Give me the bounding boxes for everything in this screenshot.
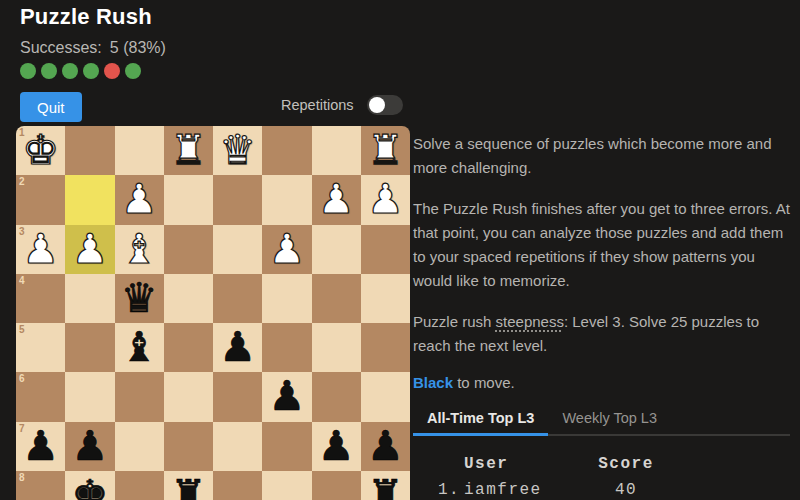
- square-h3[interactable]: 3♟: [16, 225, 65, 274]
- header-user: User: [464, 451, 594, 477]
- white-bishop[interactable]: ♝: [121, 225, 158, 274]
- rank-label-2: 2: [19, 177, 25, 187]
- square-d5[interactable]: ♟: [213, 323, 262, 372]
- square-c3[interactable]: ♟: [262, 225, 311, 274]
- square-f3[interactable]: ♝: [115, 225, 164, 274]
- square-a5[interactable]: [361, 323, 410, 372]
- info-panel: Solve a sequence of puzzles which become…: [413, 126, 790, 500]
- square-e8[interactable]: ♜: [164, 471, 213, 500]
- square-c8[interactable]: [262, 471, 311, 500]
- square-d7[interactable]: [213, 422, 262, 471]
- success-dot: [83, 63, 99, 79]
- square-a1[interactable]: ♜: [361, 126, 410, 175]
- steepness-paragraph: Puzzle rush steepness: Level 3. Solve 25…: [413, 310, 790, 358]
- square-b1[interactable]: [312, 126, 361, 175]
- square-f4[interactable]: ♛: [115, 274, 164, 323]
- black-pawn[interactable]: ♟: [71, 422, 108, 471]
- puzzle-rush-page: Puzzle Rush Successes: 5 (83%) Quit Repe…: [0, 0, 800, 500]
- leaderboard-row[interactable]: 1.iamfree40: [413, 477, 790, 500]
- tab-all-time-top-l3[interactable]: All-Time Top L3: [413, 407, 548, 434]
- error-dot: [104, 63, 120, 79]
- black-pawn[interactable]: ♟: [219, 323, 256, 372]
- square-h8[interactable]: 8: [16, 471, 65, 500]
- black-queen[interactable]: ♛: [121, 274, 158, 323]
- square-c7[interactable]: [262, 422, 311, 471]
- square-h7[interactable]: 7♟: [16, 422, 65, 471]
- square-a4[interactable]: [361, 274, 410, 323]
- square-d1[interactable]: ♛: [213, 126, 262, 175]
- leaderboard: User Score 1.iamfree40: [413, 451, 790, 500]
- turn-side: Black: [413, 374, 453, 391]
- square-c1[interactable]: [262, 126, 311, 175]
- square-e2[interactable]: [164, 175, 213, 224]
- successes-label: Successes:: [20, 39, 102, 57]
- square-d8[interactable]: [213, 471, 262, 500]
- square-h4[interactable]: 4: [16, 274, 65, 323]
- row-user: iamfree: [464, 477, 594, 500]
- black-pawn[interactable]: ♟: [22, 422, 59, 471]
- square-g4[interactable]: [65, 274, 114, 323]
- square-g2[interactable]: [65, 175, 114, 224]
- successes-value: 5 (83%): [110, 39, 166, 57]
- white-pawn[interactable]: ♟: [22, 225, 59, 274]
- repetitions-toggle[interactable]: [367, 95, 403, 115]
- square-g8[interactable]: ♚: [65, 471, 114, 500]
- square-d2[interactable]: [213, 175, 262, 224]
- black-bishop[interactable]: ♝: [121, 323, 158, 372]
- square-e1[interactable]: ♜: [164, 126, 213, 175]
- chess-board[interactable]: 1♚♜♛♜2♟♟♟3♟♟♝♟4♛5♝♟6♟7♟♟♟♟8♚♜♜: [16, 126, 410, 500]
- square-e5[interactable]: [164, 323, 213, 372]
- success-dot: [125, 63, 141, 79]
- square-c5[interactable]: [262, 323, 311, 372]
- square-b5[interactable]: [312, 323, 361, 372]
- square-b3[interactable]: [312, 225, 361, 274]
- white-rook[interactable]: ♜: [367, 126, 404, 175]
- header-score: Score: [594, 451, 658, 477]
- square-g7[interactable]: ♟: [65, 422, 114, 471]
- square-g1[interactable]: [65, 126, 114, 175]
- square-h5[interactable]: 5: [16, 323, 65, 372]
- square-f2[interactable]: ♟: [115, 175, 164, 224]
- white-king[interactable]: ♚: [22, 126, 59, 175]
- black-king[interactable]: ♚: [71, 471, 108, 500]
- tab-weekly-top-l3[interactable]: Weekly Top L3: [548, 407, 671, 434]
- square-a8[interactable]: ♜: [361, 471, 410, 500]
- square-a3[interactable]: [361, 225, 410, 274]
- description-paragraph-2: The Puzzle Rush finishes after you get t…: [413, 197, 790, 293]
- square-b2[interactable]: ♟: [312, 175, 361, 224]
- toggle-knob-icon: [369, 97, 385, 113]
- square-f1[interactable]: [115, 126, 164, 175]
- square-b4[interactable]: [312, 274, 361, 323]
- square-b7[interactable]: ♟: [312, 422, 361, 471]
- square-c6[interactable]: ♟: [262, 372, 311, 421]
- row-rank: 1.: [413, 477, 464, 500]
- square-a7[interactable]: ♟: [361, 422, 410, 471]
- square-d4[interactable]: [213, 274, 262, 323]
- square-d3[interactable]: [213, 225, 262, 274]
- steepness-word: steepness: [496, 313, 564, 330]
- white-pawn[interactable]: ♟: [121, 175, 158, 224]
- square-h1[interactable]: 1♚: [16, 126, 65, 175]
- leaderboard-header: User Score: [413, 451, 790, 477]
- repetitions-label: Repetitions: [281, 97, 354, 113]
- white-pawn[interactable]: ♟: [367, 175, 404, 224]
- rank-label-1: 1: [19, 128, 25, 138]
- square-e7[interactable]: [164, 422, 213, 471]
- page-title: Puzzle Rush: [20, 4, 152, 30]
- square-g3[interactable]: ♟: [65, 225, 114, 274]
- square-b8[interactable]: [312, 471, 361, 500]
- rank-label-3: 3: [19, 227, 25, 237]
- leaderboard-rows: 1.iamfree40: [413, 477, 790, 500]
- row-score: 40: [594, 477, 658, 500]
- white-pawn[interactable]: ♟: [268, 225, 305, 274]
- steepness-prefix: Puzzle rush: [413, 313, 496, 330]
- square-f6[interactable]: [115, 372, 164, 421]
- square-h6[interactable]: 6: [16, 372, 65, 421]
- square-g6[interactable]: [65, 372, 114, 421]
- square-g5[interactable]: [65, 323, 114, 372]
- black-pawn[interactable]: ♟: [268, 372, 305, 421]
- rank-label-7: 7: [19, 424, 25, 434]
- square-e3[interactable]: [164, 225, 213, 274]
- square-h2[interactable]: 2: [16, 175, 65, 224]
- white-rook[interactable]: ♜: [170, 126, 207, 175]
- successes-counter: Successes: 5 (83%): [20, 39, 166, 57]
- quit-button[interactable]: Quit: [20, 92, 82, 122]
- square-a2[interactable]: ♟: [361, 175, 410, 224]
- square-e4[interactable]: [164, 274, 213, 323]
- square-f8[interactable]: [115, 471, 164, 500]
- turn-indicator: Black to move.: [413, 371, 790, 395]
- square-a6[interactable]: [361, 372, 410, 421]
- success-dot: [62, 63, 78, 79]
- success-dot: [41, 63, 57, 79]
- description-paragraph-1: Solve a sequence of puzzles which become…: [413, 132, 790, 180]
- rank-label-5: 5: [19, 325, 25, 335]
- black-rook[interactable]: ♜: [367, 471, 404, 500]
- success-dot: [20, 63, 36, 79]
- square-c4[interactable]: [262, 274, 311, 323]
- square-e6[interactable]: [164, 372, 213, 421]
- rank-label-6: 6: [19, 374, 25, 384]
- rank-label-4: 4: [19, 276, 25, 286]
- turn-rest: to move.: [453, 374, 515, 391]
- square-f5[interactable]: ♝: [115, 323, 164, 372]
- square-f7[interactable]: [115, 422, 164, 471]
- rank-label-8: 8: [19, 473, 25, 483]
- white-queen[interactable]: ♛: [219, 126, 256, 175]
- black-pawn[interactable]: ♟: [367, 422, 404, 471]
- square-d6[interactable]: [213, 372, 262, 421]
- black-pawn[interactable]: ♟: [318, 422, 355, 471]
- repetitions-control: Repetitions: [281, 95, 403, 115]
- result-dots: [20, 63, 141, 79]
- white-pawn[interactable]: ♟: [71, 225, 108, 274]
- leaderboard-tabs: All-Time Top L3Weekly Top L3: [413, 407, 790, 436]
- white-pawn[interactable]: ♟: [318, 175, 355, 224]
- square-c2[interactable]: [262, 175, 311, 224]
- black-rook[interactable]: ♜: [170, 471, 207, 500]
- square-b6[interactable]: [312, 372, 361, 421]
